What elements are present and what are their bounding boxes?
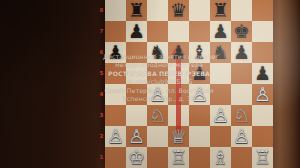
white-bishop-piece: ♗	[212, 147, 229, 168]
white-pawn-piece: ♙	[233, 126, 250, 147]
square-g8[interactable]	[231, 0, 252, 21]
square-d1[interactable]: ♖	[168, 147, 189, 168]
square-g2[interactable]: ♙	[231, 126, 252, 147]
black-pawn-piece: ♟	[128, 21, 145, 42]
white-rook-piece: ♖	[254, 147, 271, 168]
rank-label-7: 7	[98, 28, 105, 34]
square-c1[interactable]	[147, 147, 168, 168]
black-pawn-piece: ♟	[212, 21, 229, 42]
square-h5[interactable]: ♟	[252, 63, 273, 84]
black-knight-piece: ♞	[149, 42, 166, 63]
rank-label-2: 2	[98, 133, 105, 139]
square-h2[interactable]	[252, 126, 273, 147]
square-c2[interactable]	[147, 126, 168, 147]
square-d4[interactable]	[168, 84, 189, 105]
square-f2[interactable]	[210, 126, 231, 147]
square-e4[interactable]: ♙	[189, 84, 210, 105]
square-a3[interactable]	[105, 105, 126, 126]
square-e6[interactable]: ♝	[189, 42, 210, 63]
black-pawn-piece: ♟	[254, 63, 271, 84]
square-h1[interactable]: ♖	[252, 147, 273, 168]
black-bishop-piece: ♝	[191, 42, 208, 63]
black-pawn-piece: ♟	[107, 42, 124, 63]
square-b2[interactable]: ♙	[126, 126, 147, 147]
square-c5[interactable]	[147, 63, 168, 84]
square-g3[interactable]: ♘	[231, 105, 252, 126]
black-queen-piece: ♛	[170, 0, 187, 21]
square-g1[interactable]	[231, 147, 252, 168]
wood-background-left	[0, 0, 105, 168]
square-b7[interactable]: ♟	[126, 21, 147, 42]
wood-background-right	[273, 0, 300, 168]
white-pawn-piece: ♙	[149, 84, 166, 105]
square-b3[interactable]	[126, 105, 147, 126]
square-d5[interactable]	[168, 63, 189, 84]
square-a7[interactable]	[105, 21, 126, 42]
white-queen-piece: ♕	[170, 126, 187, 147]
square-a8[interactable]	[105, 0, 126, 21]
square-b8[interactable]: ♜	[126, 0, 147, 21]
rank-label-8: 8	[98, 7, 105, 13]
square-a4[interactable]	[105, 84, 126, 105]
square-f5[interactable]	[210, 63, 231, 84]
square-f1[interactable]: ♗	[210, 147, 231, 168]
black-pawn-piece: ♟	[233, 42, 250, 63]
black-rook-piece: ♜	[212, 0, 229, 21]
square-a6[interactable]: ♟	[105, 42, 126, 63]
square-b1[interactable]: ♔	[126, 147, 147, 168]
rank-label-3: 3	[98, 112, 105, 118]
square-e5[interactable]: ♟	[189, 63, 210, 84]
square-f7[interactable]: ♟	[210, 21, 231, 42]
rank-label-1: 1	[98, 154, 105, 160]
white-rook-piece: ♖	[170, 147, 187, 168]
white-king-piece: ♔	[128, 147, 145, 168]
square-g5[interactable]	[231, 63, 252, 84]
video-frame: ♜♛♜♟♟♚♟♞♟♝♞♟♟♟♙♙♙♘♙♘♙♙♕♙♔♖♗♖ 87654321 Ди…	[0, 0, 300, 168]
chess-board: ♜♛♜♟♟♚♟♞♟♝♞♟♟♟♙♙♙♘♙♘♙♙♕♙♔♖♗♖	[105, 0, 273, 168]
white-pawn-piece: ♙	[107, 126, 124, 147]
square-h6[interactable]	[252, 42, 273, 63]
rank-label-6: 6	[98, 49, 105, 55]
square-e7[interactable]	[189, 21, 210, 42]
square-e3[interactable]	[189, 105, 210, 126]
square-g6[interactable]: ♟	[231, 42, 252, 63]
square-a2[interactable]: ♙	[105, 126, 126, 147]
square-d3[interactable]	[168, 105, 189, 126]
black-knight-piece: ♞	[212, 42, 229, 63]
black-rook-piece: ♜	[128, 0, 145, 21]
white-knight-piece: ♘	[149, 105, 166, 126]
black-king-piece: ♚	[233, 21, 250, 42]
square-c4[interactable]: ♙	[147, 84, 168, 105]
square-g7[interactable]: ♚	[231, 21, 252, 42]
square-c8[interactable]	[147, 0, 168, 21]
square-c6[interactable]: ♞	[147, 42, 168, 63]
square-a1[interactable]	[105, 147, 126, 168]
white-knight-piece: ♘	[233, 105, 250, 126]
square-g4[interactable]	[231, 84, 252, 105]
square-f4[interactable]	[210, 84, 231, 105]
square-f3[interactable]: ♙	[210, 105, 231, 126]
square-h8[interactable]	[252, 0, 273, 21]
square-d6[interactable]: ♟	[168, 42, 189, 63]
square-e1[interactable]	[189, 147, 210, 168]
square-d8[interactable]: ♛	[168, 0, 189, 21]
square-b4[interactable]	[126, 84, 147, 105]
square-h7[interactable]	[252, 21, 273, 42]
square-c7[interactable]	[147, 21, 168, 42]
rank-label-4: 4	[98, 91, 105, 97]
square-c3[interactable]: ♘	[147, 105, 168, 126]
black-pawn-piece: ♟	[170, 42, 187, 63]
square-h3[interactable]	[252, 105, 273, 126]
rank-label-5: 5	[98, 70, 105, 76]
square-a5[interactable]	[105, 63, 126, 84]
square-f8[interactable]: ♜	[210, 0, 231, 21]
white-pawn-piece: ♙	[254, 84, 271, 105]
square-f6[interactable]: ♞	[210, 42, 231, 63]
square-b5[interactable]	[126, 63, 147, 84]
black-pawn-piece: ♟	[191, 63, 208, 84]
square-b6[interactable]	[126, 42, 147, 63]
square-e2[interactable]	[189, 126, 210, 147]
white-pawn-piece: ♙	[128, 126, 145, 147]
square-e8[interactable]	[189, 0, 210, 21]
square-d7[interactable]	[168, 21, 189, 42]
rank-labels: 87654321	[98, 0, 105, 168]
square-d2[interactable]: ♕	[168, 126, 189, 147]
white-pawn-piece: ♙	[212, 105, 229, 126]
square-h4[interactable]: ♙	[252, 84, 273, 105]
white-pawn-piece: ♙	[191, 84, 208, 105]
